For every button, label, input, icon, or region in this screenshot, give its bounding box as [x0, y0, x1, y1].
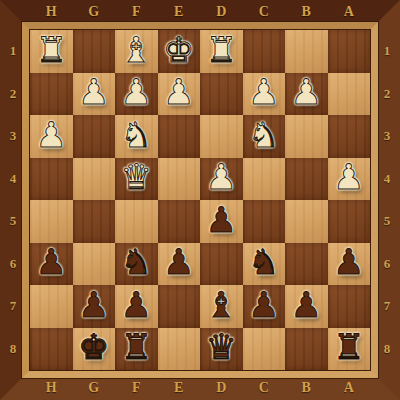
file-label-top-d: D [200, 4, 243, 20]
square-e8[interactable] [158, 328, 201, 371]
file-label-bottom-a: A [328, 380, 371, 396]
square-b7[interactable]: ♟ [285, 285, 328, 328]
square-c4[interactable] [243, 158, 286, 201]
square-g6[interactable] [73, 243, 116, 286]
square-b4[interactable] [285, 158, 328, 201]
rank-label-right-7: 7 [374, 285, 400, 328]
piece-white-queen-f4[interactable]: ♛ [121, 160, 152, 195]
square-d7[interactable]: ♝ [200, 285, 243, 328]
chess-board-window: HGFEDCBA HGFEDCBA 12345678 12345678 ♜♝♚♜… [0, 0, 400, 400]
square-c6[interactable]: ♞ [243, 243, 286, 286]
file-label-top-a: A [328, 4, 371, 20]
square-b3[interactable] [285, 115, 328, 158]
file-label-bottom-e: E [158, 380, 201, 396]
square-d5[interactable]: ♟ [200, 200, 243, 243]
square-f5[interactable] [115, 200, 158, 243]
square-f7[interactable]: ♟ [115, 285, 158, 328]
piece-white-pawn-g2[interactable]: ♟ [78, 75, 109, 110]
square-b1[interactable] [285, 30, 328, 73]
chess-board: ♜♝♚♜♟♟♟♟♟♟♞♞♛♟♟♟♟♞♟♞♟♟♟♝♟♟♚♜♛♜ [30, 30, 370, 370]
square-d4[interactable]: ♟ [200, 158, 243, 201]
square-g4[interactable] [73, 158, 116, 201]
square-a5[interactable] [328, 200, 371, 243]
rank-label-left-8: 8 [0, 328, 26, 371]
square-a2[interactable] [328, 73, 371, 116]
file-labels-top: HGFEDCBA [30, 0, 370, 25]
square-a4[interactable]: ♟ [328, 158, 371, 201]
file-label-top-f: F [115, 4, 158, 20]
piece-white-pawn-h3[interactable]: ♟ [36, 118, 67, 153]
piece-white-rook-d1[interactable]: ♜ [206, 33, 237, 68]
square-g8[interactable]: ♚ [73, 328, 116, 371]
piece-black-queen-d8[interactable]: ♛ [206, 330, 237, 365]
rank-label-left-4: 4 [0, 158, 26, 201]
rank-label-right-2: 2 [374, 73, 400, 116]
square-e5[interactable] [158, 200, 201, 243]
square-a7[interactable] [328, 285, 371, 328]
square-b6[interactable] [285, 243, 328, 286]
rank-label-left-3: 3 [0, 115, 26, 158]
square-a3[interactable] [328, 115, 371, 158]
piece-black-king-g8[interactable]: ♚ [78, 330, 109, 365]
file-label-top-h: H [30, 4, 73, 20]
file-label-bottom-c: C [243, 380, 286, 396]
rank-label-right-5: 5 [374, 200, 400, 243]
square-f3[interactable]: ♞ [115, 115, 158, 158]
piece-black-knight-f6[interactable]: ♞ [121, 245, 152, 280]
piece-black-pawn-e6[interactable]: ♟ [163, 245, 194, 280]
square-c7[interactable]: ♟ [243, 285, 286, 328]
square-b2[interactable]: ♟ [285, 73, 328, 116]
piece-black-rook-f8[interactable]: ♜ [121, 330, 152, 365]
square-d6[interactable] [200, 243, 243, 286]
file-label-bottom-f: F [115, 380, 158, 396]
file-label-top-b: B [285, 4, 328, 20]
piece-black-pawn-b7[interactable]: ♟ [291, 288, 322, 323]
square-e3[interactable] [158, 115, 201, 158]
square-c3[interactable]: ♞ [243, 115, 286, 158]
square-b8[interactable] [285, 328, 328, 371]
piece-black-pawn-f7[interactable]: ♟ [121, 288, 152, 323]
piece-black-pawn-d5[interactable]: ♟ [206, 203, 237, 238]
square-e2[interactable]: ♟ [158, 73, 201, 116]
file-label-top-e: E [158, 4, 201, 20]
square-f8[interactable]: ♜ [115, 328, 158, 371]
piece-white-pawn-c2[interactable]: ♟ [248, 75, 279, 110]
rank-label-left-2: 2 [0, 73, 26, 116]
piece-white-pawn-e2[interactable]: ♟ [163, 75, 194, 110]
piece-black-bishop-d7[interactable]: ♝ [206, 288, 237, 323]
rank-label-left-5: 5 [0, 200, 26, 243]
square-d2[interactable] [200, 73, 243, 116]
piece-black-knight-c6[interactable]: ♞ [248, 245, 279, 280]
rank-label-right-4: 4 [374, 158, 400, 201]
rank-label-right-1: 1 [374, 30, 400, 73]
square-f6[interactable]: ♞ [115, 243, 158, 286]
piece-white-pawn-a4[interactable]: ♟ [333, 160, 364, 195]
square-d8[interactable]: ♛ [200, 328, 243, 371]
square-c5[interactable] [243, 200, 286, 243]
file-label-bottom-b: B [285, 380, 328, 396]
square-c8[interactable] [243, 328, 286, 371]
rank-label-right-6: 6 [374, 243, 400, 286]
piece-white-knight-c3[interactable]: ♞ [248, 118, 279, 153]
square-g3[interactable] [73, 115, 116, 158]
rank-label-left-7: 7 [0, 285, 26, 328]
rank-label-right-3: 3 [374, 115, 400, 158]
square-g7[interactable]: ♟ [73, 285, 116, 328]
piece-black-pawn-c7[interactable]: ♟ [248, 288, 279, 323]
rank-label-left-1: 1 [0, 30, 26, 73]
square-a1[interactable] [328, 30, 371, 73]
square-h6[interactable]: ♟ [30, 243, 73, 286]
square-h3[interactable]: ♟ [30, 115, 73, 158]
square-h2[interactable] [30, 73, 73, 116]
square-f4[interactable]: ♛ [115, 158, 158, 201]
square-h1[interactable]: ♜ [30, 30, 73, 73]
square-h4[interactable] [30, 158, 73, 201]
piece-white-pawn-f2[interactable]: ♟ [121, 75, 152, 110]
file-label-bottom-d: D [200, 380, 243, 396]
rank-label-right-8: 8 [374, 328, 400, 371]
piece-black-pawn-g7[interactable]: ♟ [78, 288, 109, 323]
square-g5[interactable] [73, 200, 116, 243]
file-label-bottom-h: H [30, 380, 73, 396]
piece-white-king-e1[interactable]: ♚ [163, 33, 194, 68]
piece-black-pawn-a6[interactable]: ♟ [333, 245, 364, 280]
square-a6[interactable]: ♟ [328, 243, 371, 286]
square-c1[interactable] [243, 30, 286, 73]
square-b5[interactable] [285, 200, 328, 243]
file-labels-bottom: HGFEDCBA [30, 375, 370, 400]
square-f2[interactable]: ♟ [115, 73, 158, 116]
piece-white-pawn-d4[interactable]: ♟ [206, 160, 237, 195]
square-e6[interactable]: ♟ [158, 243, 201, 286]
piece-white-rook-h1[interactable]: ♜ [36, 33, 67, 68]
square-g1[interactable] [73, 30, 116, 73]
square-a8[interactable]: ♜ [328, 328, 371, 371]
square-e4[interactable] [158, 158, 201, 201]
file-label-top-c: C [243, 4, 286, 20]
rank-label-left-6: 6 [0, 243, 26, 286]
square-d1[interactable]: ♜ [200, 30, 243, 73]
square-h8[interactable] [30, 328, 73, 371]
rank-labels-right: 12345678 [374, 30, 400, 370]
piece-white-bishop-f1[interactable]: ♝ [121, 33, 152, 68]
square-e1[interactable]: ♚ [158, 30, 201, 73]
square-d3[interactable] [200, 115, 243, 158]
square-h7[interactable] [30, 285, 73, 328]
square-e7[interactable] [158, 285, 201, 328]
piece-white-pawn-b2[interactable]: ♟ [291, 75, 322, 110]
piece-black-pawn-h6[interactable]: ♟ [36, 245, 67, 280]
square-f1[interactable]: ♝ [115, 30, 158, 73]
piece-white-knight-f3[interactable]: ♞ [121, 118, 152, 153]
file-label-top-g: G [73, 4, 116, 20]
rank-labels-left: 12345678 [0, 30, 26, 370]
square-g2[interactable]: ♟ [73, 73, 116, 116]
square-c2[interactable]: ♟ [243, 73, 286, 116]
file-label-bottom-g: G [73, 380, 116, 396]
square-h5[interactable] [30, 200, 73, 243]
piece-black-rook-a8[interactable]: ♜ [333, 330, 364, 365]
